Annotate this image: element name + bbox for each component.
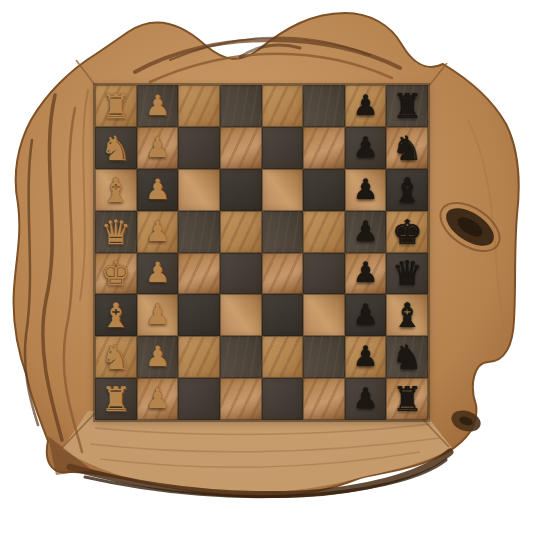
- square-r5c2[interactable]: [178, 294, 220, 336]
- square-r1c5[interactable]: [303, 127, 345, 169]
- black-knight[interactable]: ♞: [392, 340, 422, 374]
- square-r0c0[interactable]: ♜: [95, 85, 137, 127]
- white-pawn[interactable]: ♟: [145, 134, 170, 162]
- square-r7c3[interactable]: [220, 378, 262, 420]
- black-bishop[interactable]: ♝: [392, 173, 422, 207]
- square-r4c2[interactable]: [178, 253, 220, 295]
- black-knight[interactable]: ♞: [392, 131, 422, 165]
- black-pawn[interactable]: ♟: [353, 92, 378, 120]
- square-r4c0[interactable]: ♚: [95, 253, 137, 295]
- square-r3c0[interactable]: ♛: [95, 211, 137, 253]
- white-queen[interactable]: ♛: [101, 215, 131, 249]
- square-r0c6[interactable]: ♟: [345, 85, 387, 127]
- square-r3c2[interactable]: [178, 211, 220, 253]
- square-r7c6[interactable]: ♟: [345, 378, 387, 420]
- square-r7c5[interactable]: [303, 378, 345, 420]
- square-r4c6[interactable]: ♟: [345, 253, 387, 295]
- square-r3c1[interactable]: ♟: [137, 211, 179, 253]
- square-r7c4[interactable]: [262, 378, 304, 420]
- square-r5c1[interactable]: ♟: [137, 294, 179, 336]
- square-r5c3[interactable]: [220, 294, 262, 336]
- square-r1c6[interactable]: ♟: [345, 127, 387, 169]
- square-r6c1[interactable]: ♟: [137, 336, 179, 378]
- square-r7c1[interactable]: ♟: [137, 378, 179, 420]
- square-r5c7[interactable]: ♝: [386, 294, 428, 336]
- square-r3c6[interactable]: ♟: [345, 211, 387, 253]
- square-r5c5[interactable]: [303, 294, 345, 336]
- black-pawn[interactable]: ♟: [353, 218, 378, 246]
- white-pawn[interactable]: ♟: [145, 259, 170, 287]
- square-r1c1[interactable]: ♟: [137, 127, 179, 169]
- square-r5c4[interactable]: [262, 294, 304, 336]
- square-r1c4[interactable]: [262, 127, 304, 169]
- square-r3c7[interactable]: ♚: [386, 211, 428, 253]
- white-pawn[interactable]: ♟: [145, 301, 170, 329]
- white-rook[interactable]: ♜: [101, 382, 131, 416]
- square-r2c4[interactable]: [262, 169, 304, 211]
- black-pawn[interactable]: ♟: [353, 385, 378, 413]
- square-r2c6[interactable]: ♟: [345, 169, 387, 211]
- square-r0c4[interactable]: [262, 85, 304, 127]
- white-knight[interactable]: ♞: [101, 131, 131, 165]
- square-r0c5[interactable]: [303, 85, 345, 127]
- square-r3c5[interactable]: [303, 211, 345, 253]
- square-r4c3[interactable]: [220, 253, 262, 295]
- white-pawn[interactable]: ♟: [145, 92, 170, 120]
- square-r2c0[interactable]: ♝: [95, 169, 137, 211]
- black-pawn[interactable]: ♟: [353, 134, 378, 162]
- white-bishop[interactable]: ♝: [101, 173, 131, 207]
- square-r2c2[interactable]: [178, 169, 220, 211]
- square-r6c5[interactable]: [303, 336, 345, 378]
- white-pawn[interactable]: ♟: [145, 176, 170, 204]
- white-rook[interactable]: ♜: [101, 89, 131, 123]
- square-r1c2[interactable]: [178, 127, 220, 169]
- square-r6c7[interactable]: ♞: [386, 336, 428, 378]
- square-r6c3[interactable]: [220, 336, 262, 378]
- white-pawn[interactable]: ♟: [145, 385, 170, 413]
- square-r5c0[interactable]: ♝: [95, 294, 137, 336]
- square-r0c2[interactable]: [178, 85, 220, 127]
- square-r4c5[interactable]: [303, 253, 345, 295]
- square-r7c7[interactable]: ♜: [386, 378, 428, 420]
- white-pawn[interactable]: ♟: [145, 343, 170, 371]
- square-r4c1[interactable]: ♟: [137, 253, 179, 295]
- square-r4c7[interactable]: ♛: [386, 253, 428, 295]
- white-bishop[interactable]: ♝: [101, 298, 131, 332]
- square-r7c2[interactable]: [178, 378, 220, 420]
- square-r6c2[interactable]: [178, 336, 220, 378]
- chess-board[interactable]: ♜♟♟♜♞♟♟♞♝♟♟♝♛♟♟♚♚♟♟♛♝♟♟♝♞♟♟♞♜♟♟♜: [95, 85, 428, 420]
- square-r0c1[interactable]: ♟: [137, 85, 179, 127]
- white-king[interactable]: ♚: [101, 256, 131, 290]
- square-r6c0[interactable]: ♞: [95, 336, 137, 378]
- white-knight[interactable]: ♞: [101, 340, 131, 374]
- square-r6c4[interactable]: [262, 336, 304, 378]
- square-r2c1[interactable]: ♟: [137, 169, 179, 211]
- black-pawn[interactable]: ♟: [353, 176, 378, 204]
- black-rook[interactable]: ♜: [392, 382, 422, 416]
- square-r2c5[interactable]: [303, 169, 345, 211]
- square-r1c7[interactable]: ♞: [386, 127, 428, 169]
- square-r0c3[interactable]: [220, 85, 262, 127]
- square-r4c4[interactable]: [262, 253, 304, 295]
- white-pawn[interactable]: ♟: [145, 218, 170, 246]
- square-r2c3[interactable]: [220, 169, 262, 211]
- square-r3c3[interactable]: [220, 211, 262, 253]
- black-queen[interactable]: ♛: [392, 256, 422, 290]
- square-r6c6[interactable]: ♟: [345, 336, 387, 378]
- black-rook[interactable]: ♜: [392, 89, 422, 123]
- square-r5c6[interactable]: ♟: [345, 294, 387, 336]
- black-bishop[interactable]: ♝: [392, 298, 422, 332]
- black-pawn[interactable]: ♟: [353, 343, 378, 371]
- square-r0c7[interactable]: ♜: [386, 85, 428, 127]
- black-king[interactable]: ♚: [392, 215, 422, 249]
- black-pawn[interactable]: ♟: [353, 301, 378, 329]
- square-r2c7[interactable]: ♝: [386, 169, 428, 211]
- square-r7c0[interactable]: ♜: [95, 378, 137, 420]
- square-r1c3[interactable]: [220, 127, 262, 169]
- square-r1c0[interactable]: ♞: [95, 127, 137, 169]
- black-pawn[interactable]: ♟: [353, 259, 378, 287]
- square-r3c4[interactable]: [262, 211, 304, 253]
